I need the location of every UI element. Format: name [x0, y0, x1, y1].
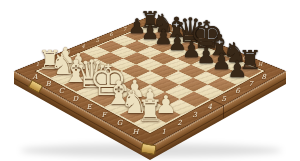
- rank-label-5-far: 5: [96, 38, 99, 43]
- file-label-c-near: C: [59, 88, 64, 95]
- file-label-d-near: D: [72, 96, 78, 103]
- rank-label-7-near: 7: [249, 81, 253, 88]
- rank-label-6-far: 6: [110, 32, 113, 37]
- rank-label-5-near: 5: [222, 96, 226, 103]
- rank-label-8-near: 8: [261, 74, 265, 81]
- rank-label-1-near: 1: [161, 129, 165, 136]
- fold-seam-wall: [223, 105, 224, 118]
- chess-set-photo: AA11BB22CC33DD44EE55FF66GG77HH88 ♜♞♝♛♚♝♞…: [0, 0, 300, 161]
- file-label-f-near: F: [101, 112, 106, 119]
- file-label-h-near: H: [133, 129, 139, 136]
- file-label-a-near: A: [33, 74, 38, 81]
- rank-label-4-far: 4: [82, 44, 85, 49]
- file-label-g-near: G: [117, 120, 123, 127]
- piece-white-rook-h1[interactable]: ♜: [135, 97, 165, 127]
- rank-label-3-near: 3: [193, 112, 197, 119]
- rank-label-6-near: 6: [235, 88, 239, 95]
- rank-label-2-near: 2: [177, 120, 181, 127]
- rank-label-4-near: 4: [207, 104, 211, 111]
- piece-black-pawn-h7[interactable]: ♟: [222, 58, 252, 80]
- file-label-b-near: B: [45, 81, 50, 88]
